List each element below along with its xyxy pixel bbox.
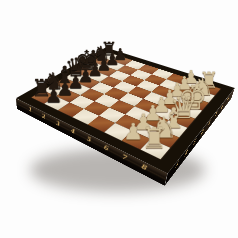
rank-label: 2 <box>41 112 45 120</box>
file-label: F <box>214 110 218 118</box>
rank-label: 7 <box>121 152 127 161</box>
rank-label: 3 <box>55 119 59 127</box>
chess-board: ♜♟♟♜♞♟♟♞♝♟♟♝♚♟♟♚♛♟♟♛♝♟♟♝♞♟♟♞♜♟♟♜ 1234567… <box>16 47 235 173</box>
square: ♜ <box>140 139 170 159</box>
piece-bP: ♟ <box>44 87 62 106</box>
rank-label: 8 <box>140 162 146 172</box>
rank-label: 5 <box>86 135 91 144</box>
rank-label: 4 <box>70 127 74 135</box>
file-label: D <box>200 128 204 138</box>
rank-label: 1 <box>28 105 32 113</box>
file-label: G <box>220 103 224 112</box>
rank-label: 6 <box>103 143 108 152</box>
file-label: H <box>226 96 230 105</box>
file-label: C <box>192 137 196 147</box>
file-label: E <box>207 119 211 128</box>
piece-wR: ♜ <box>142 124 164 152</box>
chess-set-photo: ♜♟♟♜♞♟♟♞♝♟♟♝♚♟♟♚♛♟♟♛♝♟♟♝♞♟♟♞♜♟♟♜ 1234567… <box>0 0 238 238</box>
